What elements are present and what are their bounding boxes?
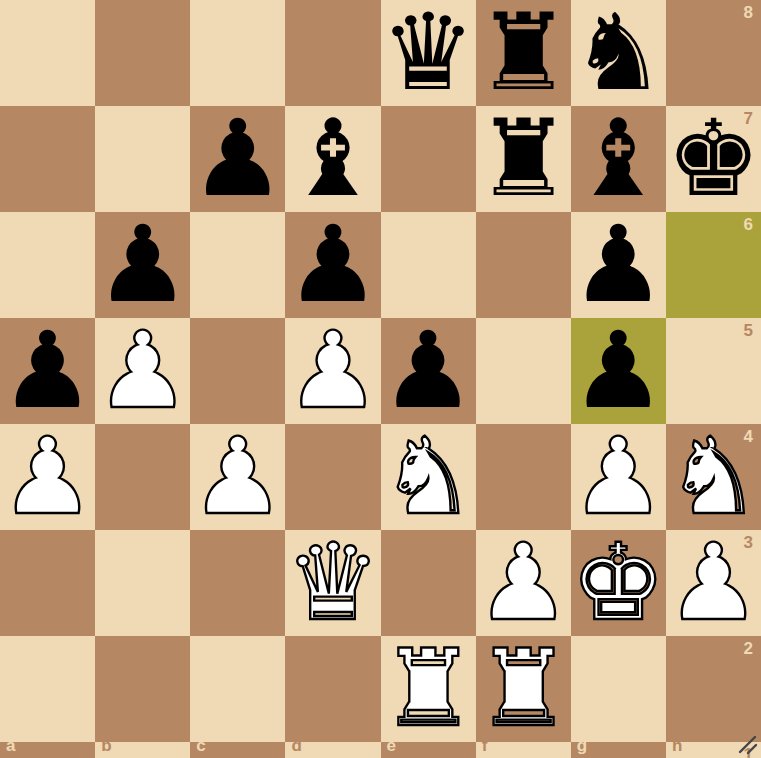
square-b4[interactable] (95, 424, 190, 530)
square-e8[interactable]: ♛ (381, 0, 476, 106)
square-a6[interactable] (0, 212, 95, 318)
square-d8[interactable] (285, 0, 380, 106)
square-c4[interactable]: ♟ (190, 424, 285, 530)
square-c8[interactable] (190, 0, 285, 106)
square-f8[interactable]: ♜ (476, 0, 571, 106)
square-h4[interactable]: ♞4 (666, 424, 761, 530)
white-pawn[interactable]: ♟ (666, 530, 761, 636)
square-b6[interactable]: ♟ (95, 212, 190, 318)
square-c5[interactable] (190, 318, 285, 424)
black-pawn[interactable]: ♟ (0, 318, 95, 424)
square-a3[interactable] (0, 530, 95, 636)
black-pawn[interactable]: ♟ (381, 318, 476, 424)
rank-label-2: 2 (744, 640, 753, 657)
square-g1[interactable]: g (571, 742, 666, 758)
square-e1[interactable]: e (381, 742, 476, 758)
white-pawn[interactable]: ♟ (95, 318, 190, 424)
square-a1[interactable]: a (0, 742, 95, 758)
square-d6[interactable]: ♟ (285, 212, 380, 318)
square-h7[interactable]: ♚7 (666, 106, 761, 212)
white-pawn[interactable]: ♟ (571, 424, 666, 530)
square-c6[interactable] (190, 212, 285, 318)
white-pawn[interactable]: ♟ (190, 424, 285, 530)
white-king[interactable]: ♚ (571, 530, 666, 636)
square-d1[interactable]: d (285, 742, 380, 758)
resize-handle-icon[interactable] (737, 734, 759, 756)
square-f4[interactable] (476, 424, 571, 530)
square-e3[interactable] (381, 530, 476, 636)
black-bishop[interactable]: ♝ (571, 106, 666, 212)
square-e2[interactable]: ♜ (381, 636, 476, 742)
black-knight[interactable]: ♞ (571, 0, 666, 106)
square-d5[interactable]: ♟ (285, 318, 380, 424)
square-c7[interactable]: ♟ (190, 106, 285, 212)
black-rook[interactable]: ♜ (476, 106, 571, 212)
square-g2[interactable] (571, 636, 666, 742)
black-pawn[interactable]: ♟ (571, 212, 666, 318)
rank-label-6: 6 (744, 216, 753, 233)
square-d7[interactable]: ♝ (285, 106, 380, 212)
square-h3[interactable]: ♟3 (666, 530, 761, 636)
square-g7[interactable]: ♝ (571, 106, 666, 212)
square-h6[interactable]: 6 (666, 212, 761, 318)
square-d4[interactable] (285, 424, 380, 530)
square-f2[interactable]: ♜ (476, 636, 571, 742)
square-d3[interactable]: ♛ (285, 530, 380, 636)
square-b1[interactable]: b (95, 742, 190, 758)
rank-label-8: 8 (744, 4, 753, 21)
white-pawn[interactable]: ♟ (0, 424, 95, 530)
square-a7[interactable] (0, 106, 95, 212)
white-pawn[interactable]: ♟ (476, 530, 571, 636)
square-b2[interactable] (95, 636, 190, 742)
square-h5[interactable]: 5 (666, 318, 761, 424)
square-c3[interactable] (190, 530, 285, 636)
black-king[interactable]: ♚ (666, 106, 761, 212)
black-pawn[interactable]: ♟ (571, 318, 666, 424)
square-h2[interactable]: 2 (666, 636, 761, 742)
square-a5[interactable]: ♟ (0, 318, 95, 424)
square-f5[interactable] (476, 318, 571, 424)
square-f3[interactable]: ♟ (476, 530, 571, 636)
square-a8[interactable] (0, 0, 95, 106)
white-pawn[interactable]: ♟ (285, 318, 380, 424)
square-h8[interactable]: 8 (666, 0, 761, 106)
black-rook[interactable]: ♜ (476, 0, 571, 106)
square-e7[interactable] (381, 106, 476, 212)
chess-board: ♛♜♞8♟♝♜♝♚7♟♟♟6♟♟♟♟♟5♟♟♞♟♞4♛♟♚♟3♜♜2abcdef… (0, 0, 761, 758)
white-queen[interactable]: ♛ (285, 530, 380, 636)
white-rook[interactable]: ♜ (381, 636, 476, 742)
black-pawn[interactable]: ♟ (285, 212, 380, 318)
square-a4[interactable]: ♟ (0, 424, 95, 530)
black-pawn[interactable]: ♟ (190, 106, 285, 212)
square-b3[interactable] (95, 530, 190, 636)
square-f7[interactable]: ♜ (476, 106, 571, 212)
square-g6[interactable]: ♟ (571, 212, 666, 318)
black-pawn[interactable]: ♟ (95, 212, 190, 318)
white-knight[interactable]: ♞ (666, 424, 761, 530)
square-f6[interactable] (476, 212, 571, 318)
square-b7[interactable] (95, 106, 190, 212)
square-e6[interactable] (381, 212, 476, 318)
black-queen[interactable]: ♛ (381, 0, 476, 106)
square-c2[interactable] (190, 636, 285, 742)
rank-label-5: 5 (744, 322, 753, 339)
square-a2[interactable] (0, 636, 95, 742)
square-b5[interactable]: ♟ (95, 318, 190, 424)
white-knight[interactable]: ♞ (381, 424, 476, 530)
square-b8[interactable] (95, 0, 190, 106)
square-e5[interactable]: ♟ (381, 318, 476, 424)
square-d2[interactable] (285, 636, 380, 742)
square-g5[interactable]: ♟ (571, 318, 666, 424)
square-f1[interactable]: f (476, 742, 571, 758)
square-e4[interactable]: ♞ (381, 424, 476, 530)
square-g4[interactable]: ♟ (571, 424, 666, 530)
black-bishop[interactable]: ♝ (285, 106, 380, 212)
white-rook[interactable]: ♜ (476, 636, 571, 742)
square-g8[interactable]: ♞ (571, 0, 666, 106)
square-g3[interactable]: ♚ (571, 530, 666, 636)
square-c1[interactable]: c (190, 742, 285, 758)
